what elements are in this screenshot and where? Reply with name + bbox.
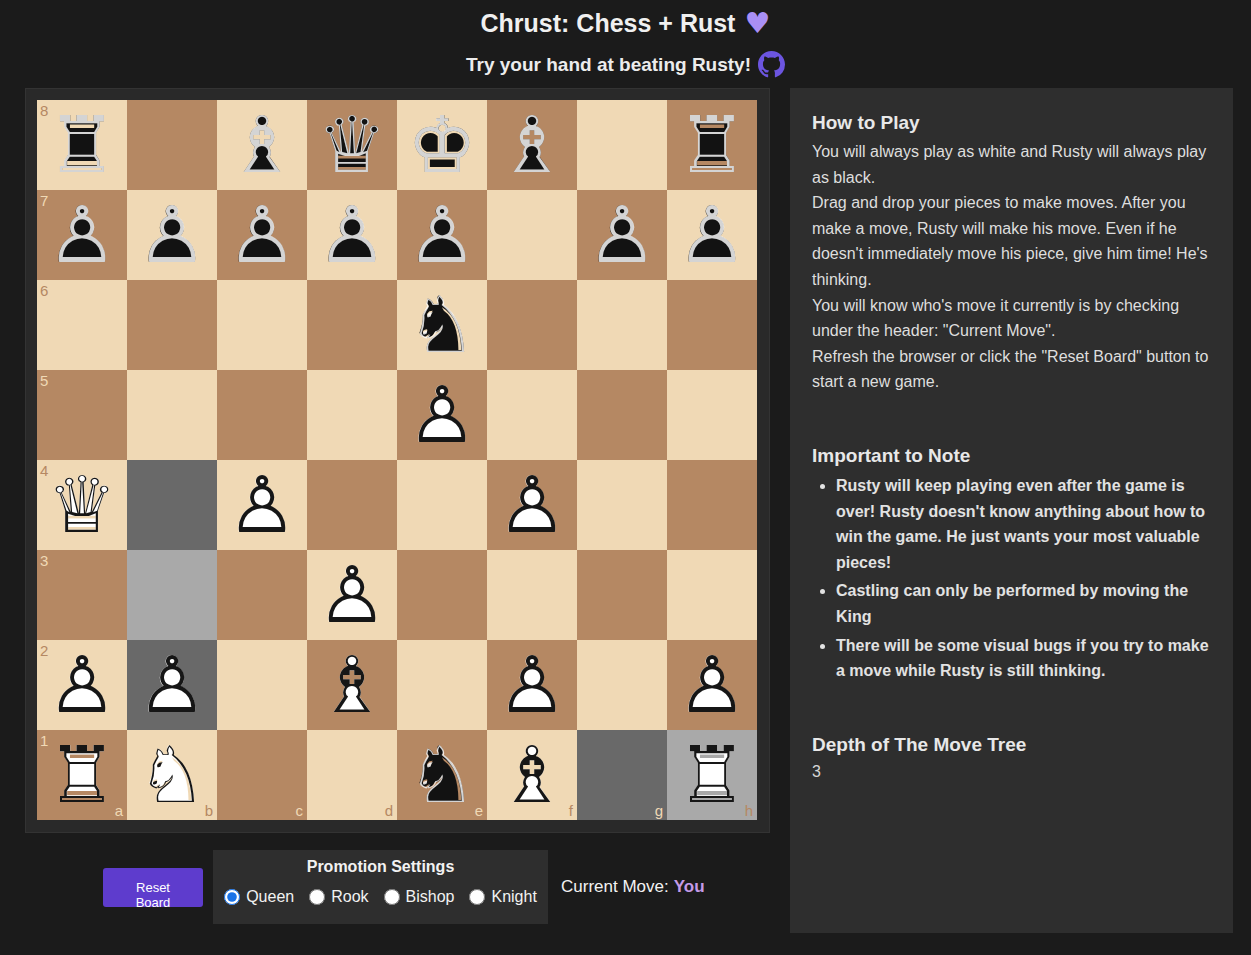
square-f7[interactable]	[487, 190, 577, 280]
white-pawn[interactable]: ♟♙	[487, 640, 577, 730]
piece-outline: ♘	[397, 280, 487, 370]
square-d6[interactable]	[307, 280, 397, 370]
square-f4[interactable]: ♟♙	[487, 460, 577, 550]
square-e8[interactable]: ♚♔	[397, 100, 487, 190]
square-g1[interactable]: g	[577, 730, 667, 820]
how-to-play-paragraph: Refresh the browser or click the "Reset …	[812, 344, 1211, 395]
how-to-play-section: How to Play You will always play as whit…	[812, 112, 1211, 395]
important-section: Important to Note Rusty will keep playin…	[812, 445, 1211, 684]
promotion-options: QueenRookBishopKnight	[223, 888, 538, 906]
piece-outline: ♙	[487, 460, 577, 550]
square-b5[interactable]	[127, 370, 217, 460]
controls-row: Reset Board Promotion Settings QueenRook…	[25, 850, 770, 924]
piece-outline: ♙	[127, 190, 217, 280]
depth-value: 3	[812, 763, 1211, 781]
square-a7[interactable]: 7♟♙	[37, 190, 127, 280]
page-title-text: Chrust: Chess + Rust	[481, 9, 736, 38]
square-d4[interactable]	[307, 460, 397, 550]
piece-outline: ♙	[37, 640, 127, 730]
white-pawn[interactable]: ♟♙	[667, 640, 757, 730]
square-c3[interactable]	[217, 550, 307, 640]
piece-outline: ♖	[667, 100, 757, 190]
square-b3[interactable]	[127, 550, 217, 640]
how-to-play-paragraph: You will always play as white and Rusty …	[812, 139, 1211, 190]
reset-board-button[interactable]: Reset Board	[103, 868, 203, 907]
promotion-radio-knight[interactable]	[469, 889, 485, 905]
piece-outline: ♙	[37, 190, 127, 280]
piece-outline: ♖	[37, 730, 127, 820]
square-a2[interactable]: 2♟♙	[37, 640, 127, 730]
piece-outline: ♙	[397, 190, 487, 280]
black-knight[interactable]: ♞♘	[397, 730, 487, 820]
github-octocat-icon[interactable]	[758, 51, 785, 78]
square-g7[interactable]: ♟♙	[577, 190, 667, 280]
white-bishop[interactable]: ♝♗	[487, 730, 577, 820]
current-move-label: Current Move:	[561, 877, 669, 896]
main-content: 8♜♖♝♗♛♕♚♔♝♗♜♖7♟♙♟♙♟♙♟♙♟♙♟♙♟♙6♞♘5♟♙4♛♕♟♙♟…	[0, 78, 1251, 933]
piece-outline: ♕	[307, 100, 397, 190]
square-g5[interactable]	[577, 370, 667, 460]
square-f2[interactable]: ♟♙	[487, 640, 577, 730]
white-pawn[interactable]: ♟♙	[37, 640, 127, 730]
square-e2[interactable]	[397, 640, 487, 730]
square-c5[interactable]	[217, 370, 307, 460]
square-a5[interactable]: 5	[37, 370, 127, 460]
square-c7[interactable]: ♟♙	[217, 190, 307, 280]
square-c8[interactable]: ♝♗	[217, 100, 307, 190]
white-knight[interactable]: ♞♘	[127, 730, 217, 820]
piece-outline: ♖	[667, 730, 757, 820]
promotion-settings-panel: Promotion Settings QueenRookBishopKnight	[213, 850, 548, 924]
black-pawn[interactable]: ♟♙	[667, 190, 757, 280]
square-g3[interactable]	[577, 550, 667, 640]
piece-outline: ♘	[127, 730, 217, 820]
how-to-play-title: How to Play	[812, 112, 1211, 134]
promotion-option-label: Rook	[331, 888, 368, 906]
important-title: Important to Note	[812, 445, 1211, 467]
square-b2[interactable]: ♟♙	[127, 640, 217, 730]
piece-outline: ♙	[127, 640, 217, 730]
piece-outline: ♙	[487, 640, 577, 730]
white-rook[interactable]: ♜♖	[37, 730, 127, 820]
piece-outline: ♙	[667, 640, 757, 730]
rank-label-6: 6	[40, 283, 48, 298]
square-e6[interactable]: ♞♘	[397, 280, 487, 370]
black-king[interactable]: ♚♔	[397, 100, 487, 190]
piece-outline: ♙	[667, 190, 757, 280]
square-b6[interactable]	[127, 280, 217, 370]
promotion-radio-bishop[interactable]	[384, 889, 400, 905]
square-a8[interactable]: 8♜♖	[37, 100, 127, 190]
important-note-item: Rusty will keep playing even after the g…	[836, 473, 1211, 575]
piece-outline: ♗	[217, 100, 307, 190]
square-d7[interactable]: ♟♙	[307, 190, 397, 280]
white-pawn[interactable]: ♟♙	[307, 550, 397, 640]
piece-outline: ♙	[307, 550, 397, 640]
square-d8[interactable]: ♛♕	[307, 100, 397, 190]
square-d1[interactable]: d	[307, 730, 397, 820]
piece-outline: ♔	[397, 100, 487, 190]
promotion-option-bishop[interactable]: Bishop	[384, 888, 455, 906]
piece-outline: ♗	[487, 730, 577, 820]
square-f5[interactable]	[487, 370, 577, 460]
square-g2[interactable]	[577, 640, 667, 730]
promotion-settings-title: Promotion Settings	[223, 858, 538, 876]
promotion-option-label: Queen	[246, 888, 294, 906]
black-pawn[interactable]: ♟♙	[217, 190, 307, 280]
square-e5[interactable]: ♟♙	[397, 370, 487, 460]
white-pawn[interactable]: ♟♙	[217, 460, 307, 550]
square-a4[interactable]: 4♛♕	[37, 460, 127, 550]
square-d3[interactable]: ♟♙	[307, 550, 397, 640]
piece-outline: ♗	[487, 100, 577, 190]
black-bishop[interactable]: ♝♗	[487, 100, 577, 190]
square-c6[interactable]	[217, 280, 307, 370]
square-b4[interactable]	[127, 460, 217, 550]
white-pawn[interactable]: ♟♙	[487, 460, 577, 550]
file-label-g: g	[655, 803, 663, 818]
square-g8[interactable]	[577, 100, 667, 190]
square-h3[interactable]	[667, 550, 757, 640]
square-g4[interactable]	[577, 460, 667, 550]
square-e1[interactable]: e♞♘	[397, 730, 487, 820]
piece-outline: ♙	[217, 460, 307, 550]
depth-title: Depth of The Move Tree	[812, 734, 1211, 756]
white-pawn[interactable]: ♟♙	[127, 640, 217, 730]
board-panel: 8♜♖♝♗♛♕♚♔♝♗♜♖7♟♙♟♙♟♙♟♙♟♙♟♙♟♙6♞♘5♟♙4♛♕♟♙♟…	[25, 88, 770, 833]
info-sidebar: How to Play You will always play as whit…	[790, 88, 1233, 933]
piece-outline: ♘	[397, 730, 487, 820]
square-h7[interactable]: ♟♙	[667, 190, 757, 280]
page-subtitle-text: Try your hand at beating Rusty!	[466, 54, 751, 76]
depth-section: Depth of The Move Tree 3	[812, 734, 1211, 781]
square-h1[interactable]: h♜♖	[667, 730, 757, 820]
promotion-radio-rook[interactable]	[309, 889, 325, 905]
how-to-play-body: You will always play as white and Rusty …	[812, 139, 1211, 395]
black-knight[interactable]: ♞♘	[397, 280, 487, 370]
square-e4[interactable]	[397, 460, 487, 550]
square-b7[interactable]: ♟♙	[127, 190, 217, 280]
white-queen[interactable]: ♛♕	[37, 460, 127, 550]
square-h6[interactable]	[667, 280, 757, 370]
piece-outline: ♗	[307, 640, 397, 730]
black-pawn[interactable]: ♟♙	[307, 190, 397, 280]
important-note-item: Castling can only be performed by moving…	[836, 578, 1211, 629]
rank-label-3: 3	[40, 553, 48, 568]
how-to-play-paragraph: You will know who's move it currently is…	[812, 293, 1211, 344]
black-pawn[interactable]: ♟♙	[37, 190, 127, 280]
page-header: Chrust: Chess + Rust♥ Try your hand at b…	[0, 0, 1251, 78]
square-d2[interactable]: ♝♗	[307, 640, 397, 730]
square-c2[interactable]	[217, 640, 307, 730]
white-rook[interactable]: ♜♖	[667, 730, 757, 820]
black-bishop[interactable]: ♝♗	[217, 100, 307, 190]
square-e3[interactable]	[397, 550, 487, 640]
square-a1[interactable]: 1a♜♖	[37, 730, 127, 820]
important-note-item: There will be some visual bugs if you tr…	[836, 633, 1211, 684]
square-a6[interactable]: 6	[37, 280, 127, 370]
promotion-option-rook[interactable]: Rook	[309, 888, 368, 906]
square-f3[interactable]	[487, 550, 577, 640]
piece-outline: ♕	[37, 460, 127, 550]
square-c1[interactable]: c	[217, 730, 307, 820]
square-h2[interactable]: ♟♙	[667, 640, 757, 730]
square-c4[interactable]: ♟♙	[217, 460, 307, 550]
black-queen[interactable]: ♛♕	[307, 100, 397, 190]
current-move-indicator: Current Move:You	[561, 877, 705, 897]
white-pawn[interactable]: ♟♙	[397, 370, 487, 460]
black-pawn[interactable]: ♟♙	[397, 190, 487, 280]
square-e7[interactable]: ♟♙	[397, 190, 487, 280]
page-subtitle: Try your hand at beating Rusty!	[0, 51, 1251, 78]
chess-board[interactable]: 8♜♖♝♗♛♕♚♔♝♗♜♖7♟♙♟♙♟♙♟♙♟♙♟♙♟♙6♞♘5♟♙4♛♕♟♙♟…	[37, 100, 757, 820]
black-pawn[interactable]: ♟♙	[127, 190, 217, 280]
how-to-play-paragraph: Drag and drop your pieces to make moves.…	[812, 190, 1211, 292]
file-label-d: d	[385, 803, 393, 818]
square-g6[interactable]	[577, 280, 667, 370]
square-b8[interactable]	[127, 100, 217, 190]
square-d5[interactable]	[307, 370, 397, 460]
square-h4[interactable]	[667, 460, 757, 550]
piece-outline: ♙	[397, 370, 487, 460]
square-h8[interactable]: ♜♖	[667, 100, 757, 190]
square-f6[interactable]	[487, 280, 577, 370]
promotion-option-queen[interactable]: Queen	[224, 888, 294, 906]
square-b1[interactable]: b♞♘	[127, 730, 217, 820]
piece-outline: ♙	[307, 190, 397, 280]
square-a3[interactable]: 3	[37, 550, 127, 640]
important-notes-list: Rusty will keep playing even after the g…	[812, 473, 1211, 684]
black-rook[interactable]: ♜♖	[667, 100, 757, 190]
rank-label-5: 5	[40, 373, 48, 388]
black-pawn[interactable]: ♟♙	[577, 190, 667, 280]
board-column: 8♜♖♝♗♛♕♚♔♝♗♜♖7♟♙♟♙♟♙♟♙♟♙♟♙♟♙6♞♘5♟♙4♛♕♟♙♟…	[25, 88, 770, 924]
piece-outline: ♙	[217, 190, 307, 280]
square-f1[interactable]: f♝♗	[487, 730, 577, 820]
promotion-option-knight[interactable]: Knight	[469, 888, 536, 906]
white-bishop[interactable]: ♝♗	[307, 640, 397, 730]
piece-outline: ♙	[577, 190, 667, 280]
current-move-value: You	[674, 877, 705, 896]
black-rook[interactable]: ♜♖	[37, 100, 127, 190]
promotion-option-label: Knight	[491, 888, 536, 906]
purple-heart-icon: ♥	[744, 9, 770, 38]
square-h5[interactable]	[667, 370, 757, 460]
file-label-c: c	[296, 803, 304, 818]
promotion-radio-queen[interactable]	[224, 889, 240, 905]
page-title: Chrust: Chess + Rust♥	[481, 9, 771, 38]
square-f8[interactable]: ♝♗	[487, 100, 577, 190]
piece-outline: ♖	[37, 100, 127, 190]
promotion-option-label: Bishop	[406, 888, 455, 906]
